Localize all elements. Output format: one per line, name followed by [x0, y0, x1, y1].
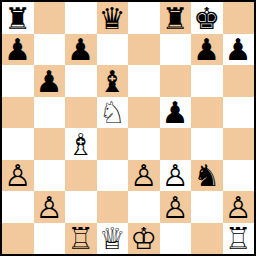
- square-b3[interactable]: [34, 160, 66, 192]
- square-h6[interactable]: [223, 65, 255, 97]
- square-a8[interactable]: ♜: [2, 2, 34, 34]
- square-g8[interactable]: ♚: [191, 2, 223, 34]
- square-c4[interactable]: ♗: [65, 128, 97, 160]
- square-d8[interactable]: ♛: [97, 2, 129, 34]
- square-a7[interactable]: ♟: [2, 34, 34, 66]
- black-pawn: ♟: [36, 66, 63, 96]
- white-bishop: ♗: [67, 129, 94, 159]
- square-c2[interactable]: [65, 191, 97, 223]
- square-d5[interactable]: ♘: [97, 97, 129, 129]
- square-d7[interactable]: [97, 34, 129, 66]
- square-f2[interactable]: ♙: [160, 191, 192, 223]
- square-d6[interactable]: ♝: [97, 65, 129, 97]
- square-b6[interactable]: ♟: [34, 65, 66, 97]
- square-e6[interactable]: [128, 65, 160, 97]
- square-h7[interactable]: ♟: [223, 34, 255, 66]
- square-f4[interactable]: [160, 128, 192, 160]
- square-f5[interactable]: ♟: [160, 97, 192, 129]
- square-a1[interactable]: [2, 223, 34, 255]
- square-e3[interactable]: ♙: [128, 160, 160, 192]
- white-pawn: ♙: [162, 192, 189, 222]
- white-knight: ♘: [99, 98, 126, 128]
- square-c8[interactable]: [65, 2, 97, 34]
- white-pawn: ♙: [4, 161, 31, 191]
- square-h8[interactable]: [223, 2, 255, 34]
- square-c7[interactable]: ♟: [65, 34, 97, 66]
- black-queen: ♛: [99, 3, 126, 33]
- square-a3[interactable]: ♙: [2, 160, 34, 192]
- square-f6[interactable]: [160, 65, 192, 97]
- square-g1[interactable]: [191, 223, 223, 255]
- black-pawn: ♟: [162, 98, 189, 128]
- square-g2[interactable]: [191, 191, 223, 223]
- square-h5[interactable]: [223, 97, 255, 129]
- square-b4[interactable]: [34, 128, 66, 160]
- square-a4[interactable]: [2, 128, 34, 160]
- square-c1[interactable]: ♖: [65, 223, 97, 255]
- square-d3[interactable]: [97, 160, 129, 192]
- square-e8[interactable]: [128, 2, 160, 34]
- square-b2[interactable]: ♙: [34, 191, 66, 223]
- square-d2[interactable]: [97, 191, 129, 223]
- black-bishop: ♝: [99, 66, 126, 96]
- white-rook: ♖: [67, 224, 94, 254]
- black-rook: ♜: [4, 3, 31, 33]
- square-b1[interactable]: [34, 223, 66, 255]
- black-pawn: ♟: [225, 35, 252, 65]
- white-pawn: ♙: [162, 161, 189, 191]
- square-c5[interactable]: [65, 97, 97, 129]
- square-d4[interactable]: [97, 128, 129, 160]
- square-f7[interactable]: [160, 34, 192, 66]
- square-g3[interactable]: ♞: [191, 160, 223, 192]
- white-rook: ♖: [225, 224, 252, 254]
- square-b7[interactable]: [34, 34, 66, 66]
- square-g7[interactable]: ♟: [191, 34, 223, 66]
- square-h4[interactable]: [223, 128, 255, 160]
- square-c6[interactable]: [65, 65, 97, 97]
- square-h3[interactable]: [223, 160, 255, 192]
- black-rook: ♜: [162, 3, 189, 33]
- black-pawn: ♟: [193, 35, 220, 65]
- white-pawn: ♙: [225, 192, 252, 222]
- square-a6[interactable]: [2, 65, 34, 97]
- square-e2[interactable]: [128, 191, 160, 223]
- square-e7[interactable]: [128, 34, 160, 66]
- square-e1[interactable]: ♔: [128, 223, 160, 255]
- chess-board: ♜♛♜♚♟♟♟♟♟♝♘♟♗♙♙♙♞♙♙♙♖♕♔♖: [0, 0, 256, 256]
- white-king: ♔: [130, 224, 157, 254]
- white-pawn: ♙: [130, 161, 157, 191]
- black-knight: ♞: [193, 161, 220, 191]
- square-a2[interactable]: [2, 191, 34, 223]
- black-king: ♚: [193, 3, 220, 33]
- square-f3[interactable]: ♙: [160, 160, 192, 192]
- square-e4[interactable]: [128, 128, 160, 160]
- square-b8[interactable]: [34, 2, 66, 34]
- square-h1[interactable]: ♖: [223, 223, 255, 255]
- square-g5[interactable]: [191, 97, 223, 129]
- square-d1[interactable]: ♕: [97, 223, 129, 255]
- square-e5[interactable]: [128, 97, 160, 129]
- square-g6[interactable]: [191, 65, 223, 97]
- white-pawn: ♙: [36, 192, 63, 222]
- square-f8[interactable]: ♜: [160, 2, 192, 34]
- square-c3[interactable]: [65, 160, 97, 192]
- white-queen: ♕: [99, 224, 126, 254]
- square-b5[interactable]: [34, 97, 66, 129]
- black-pawn: ♟: [4, 35, 31, 65]
- square-a5[interactable]: [2, 97, 34, 129]
- square-g4[interactable]: [191, 128, 223, 160]
- black-pawn: ♟: [67, 35, 94, 65]
- square-h2[interactable]: ♙: [223, 191, 255, 223]
- square-f1[interactable]: [160, 223, 192, 255]
